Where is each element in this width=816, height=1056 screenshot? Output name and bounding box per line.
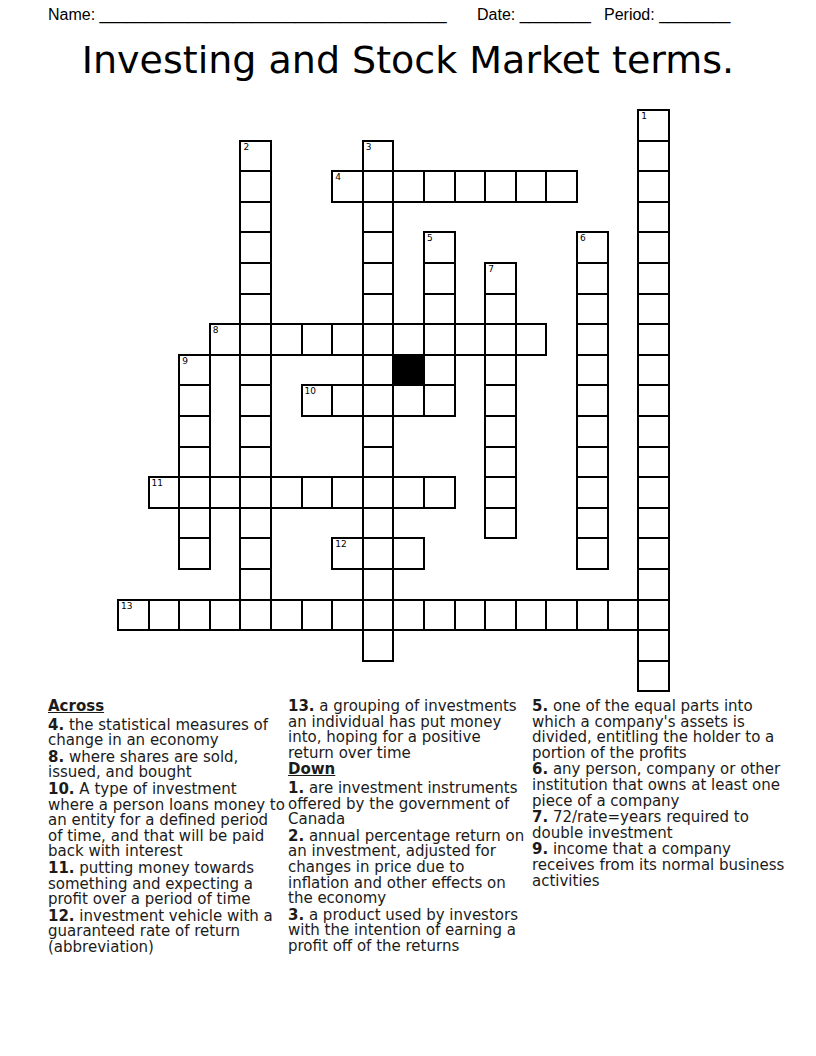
grid-cell-r7-c12[interactable]	[484, 323, 517, 356]
name-label: Name:	[48, 6, 95, 23]
grid-cell-r2-c13[interactable]	[515, 170, 548, 203]
period-blank-line[interactable]: ________	[659, 6, 730, 23]
grid-cell-r8-c4[interactable]	[239, 354, 272, 387]
grid-cell-r4-c15[interactable]: 6	[576, 231, 609, 264]
grid-cell-r11-c2[interactable]	[178, 446, 211, 479]
grid-cell-r6-c8[interactable]	[362, 293, 395, 326]
grid-cell-r7-c15[interactable]	[576, 323, 609, 356]
grid-cell-r8-c2[interactable]: 9	[178, 354, 211, 387]
crossword-grid: 12345678910111213	[118, 110, 669, 692]
grid-cell-r7-c6[interactable]	[301, 323, 334, 356]
grid-cell-r9-c2[interactable]	[178, 384, 211, 417]
grid-cell-r7-c5[interactable]	[270, 323, 303, 356]
clue-down-9: 9. income that a company receives from i…	[532, 842, 785, 889]
clue-num-across-8: 8.	[48, 748, 64, 766]
clue-number-10: 10	[305, 386, 316, 396]
clue-number-8: 8	[213, 325, 219, 335]
clue-num-across-11: 11.	[48, 859, 75, 877]
grid-cell-r11-c12[interactable]	[484, 446, 517, 479]
grid-cell-r4-c8[interactable]	[362, 231, 395, 264]
grid-cell-r12-c6[interactable]	[301, 476, 334, 509]
clue-number-11: 11	[152, 478, 163, 488]
clue-number-2: 2	[243, 142, 249, 152]
grid-cell-r12-c7[interactable]	[331, 476, 364, 509]
grid-cell-r11-c8[interactable]	[362, 446, 395, 479]
name-blank-line[interactable]: _______________________________________	[100, 6, 447, 23]
grid-cell-r12-c3[interactable]	[209, 476, 242, 509]
clue-down-3: 3. a product used by investors with the …	[288, 908, 529, 955]
clue-number-12: 12	[335, 539, 346, 549]
grid-cell-r2-c10[interactable]	[423, 170, 456, 203]
grid-cell-r11-c17[interactable]	[637, 446, 670, 479]
clue-down-2: 2. annual percentage return on an invest…	[288, 829, 529, 907]
grid-cell-r3-c8[interactable]	[362, 201, 395, 234]
grid-cell-r17-c17[interactable]	[637, 629, 670, 662]
grid-cell-r2-c11[interactable]	[454, 170, 487, 203]
clue-num-down-6: 6.	[532, 760, 548, 778]
across-header: Across	[48, 699, 286, 715]
grid-cell-r0-c17[interactable]: 1	[637, 109, 670, 142]
grid-cell-r10-c17[interactable]	[637, 415, 670, 448]
clue-number-9: 9	[182, 356, 188, 366]
grid-cell-r14-c4[interactable]	[239, 537, 272, 570]
grid-cell-r16-c10[interactable]	[423, 599, 456, 632]
clue-number-5: 5	[427, 233, 433, 243]
clue-across-12: 12. investment vehicle with a guaranteed…	[48, 909, 286, 956]
grid-cell-r2-c7[interactable]: 4	[331, 170, 364, 203]
grid-cell-r9-c8[interactable]	[362, 384, 395, 417]
clue-across-8: 8. where shares are sold, issued, and bo…	[48, 750, 286, 781]
grid-cell-r13-c12[interactable]	[484, 507, 517, 540]
grid-cell-r2-c9[interactable]	[392, 170, 425, 203]
grid-cell-r2-c12[interactable]	[484, 170, 517, 203]
grid-cell-r16-c6[interactable]	[301, 599, 334, 632]
grid-cell-r17-c8[interactable]	[362, 629, 395, 662]
grid-cell-r12-c2[interactable]	[178, 476, 211, 509]
grid-cell-r10-c15[interactable]	[576, 415, 609, 448]
grid-cell-r11-c4[interactable]	[239, 446, 272, 479]
grid-cell-r7-c13[interactable]	[515, 323, 548, 356]
grid-cell-r9-c9[interactable]	[392, 384, 425, 417]
grid-cell-r10-c2[interactable]	[178, 415, 211, 448]
clue-across-11: 11. putting money towards something and …	[48, 861, 286, 908]
grid-cell-r13-c4[interactable]	[239, 507, 272, 540]
grid-cell-r16-c16[interactable]	[607, 599, 640, 632]
grid-cell-r12-c17[interactable]	[637, 476, 670, 509]
grid-cell-r3-c4[interactable]	[239, 201, 272, 234]
grid-cell-r7-c11[interactable]	[454, 323, 487, 356]
clues-column-1: Across4. the statistical measures of cha…	[48, 699, 286, 957]
grid-cell-r9-c7[interactable]	[331, 384, 364, 417]
grid-cell-r1-c8[interactable]: 3	[362, 140, 395, 173]
grid-cell-r5-c12[interactable]: 7	[484, 262, 517, 295]
clue-num-down-5: 5.	[532, 697, 548, 715]
grid-cell-r8-c10[interactable]	[423, 354, 456, 387]
page-title: Investing and Stock Market terms.	[0, 38, 816, 82]
grid-cell-r9-c10[interactable]	[423, 384, 456, 417]
grid-cell-r14-c9[interactable]	[392, 537, 425, 570]
date-label: Date:	[477, 6, 515, 23]
grid-cell-r14-c7[interactable]: 12	[331, 537, 364, 570]
grid-cell-r13-c2[interactable]	[178, 507, 211, 540]
clue-number-6: 6	[580, 233, 586, 243]
name-field: Name: __________________________________…	[48, 6, 447, 24]
grid-cell-r9-c15[interactable]	[576, 384, 609, 417]
grid-cell-r16-c3[interactable]	[209, 599, 242, 632]
grid-cell-r11-c15[interactable]	[576, 446, 609, 479]
grid-cell-r6-c10[interactable]	[423, 293, 456, 326]
clue-number-13: 13	[121, 601, 132, 611]
grid-cell-r16-c12[interactable]	[484, 599, 517, 632]
grid-cell-r10-c8[interactable]	[362, 415, 395, 448]
date-blank-line[interactable]: ________	[520, 6, 591, 23]
clue-num-down-7: 7.	[532, 808, 548, 826]
grid-cell-r16-c7[interactable]	[331, 599, 364, 632]
grid-cell-r10-c4[interactable]	[239, 415, 272, 448]
grid-cell-r13-c15[interactable]	[576, 507, 609, 540]
grid-cell-r2-c14[interactable]	[545, 170, 578, 203]
grid-cell-r6-c17[interactable]	[637, 293, 670, 326]
grid-cell-r16-c5[interactable]	[270, 599, 303, 632]
grid-cell-r6-c12[interactable]	[484, 293, 517, 326]
grid-cell-r16-c2[interactable]	[178, 599, 211, 632]
clues-column-2: 13. a grouping of investments an individ…	[288, 699, 529, 956]
grid-cell-r7-c10[interactable]	[423, 323, 456, 356]
grid-cell-r12-c9[interactable]	[392, 476, 425, 509]
clue-number-7: 7	[488, 264, 494, 274]
grid-cell-r10-c12[interactable]	[484, 415, 517, 448]
grid-cell-r16-c8[interactable]	[362, 599, 395, 632]
period-label: Period:	[604, 6, 655, 23]
grid-cell-r8-c17[interactable]	[637, 354, 670, 387]
grid-cell-r16-c0[interactable]: 13	[117, 599, 150, 632]
grid-cell-r14-c2[interactable]	[178, 537, 211, 570]
grid-cell-r16-c14[interactable]	[545, 599, 578, 632]
grid-cell-r15-c17[interactable]	[637, 568, 670, 601]
grid-cell-r7-c9[interactable]	[392, 323, 425, 356]
grid-cell-r1-c4[interactable]: 2	[239, 140, 272, 173]
down-header: Down	[288, 762, 529, 778]
clue-number-1: 1	[641, 111, 647, 121]
grid-cell-r15-c4[interactable]	[239, 568, 272, 601]
grid-cell-r2-c8[interactable]	[362, 170, 395, 203]
grid-cell-r2-c17[interactable]	[637, 170, 670, 203]
grid-cell-r12-c8[interactable]	[362, 476, 395, 509]
grid-cell-r9-c17[interactable]	[637, 384, 670, 417]
grid-cell-r1-c17[interactable]	[637, 140, 670, 173]
grid-cell-r8-c15[interactable]	[576, 354, 609, 387]
clues-column-3: 5. one of the equal parts into which a c…	[532, 699, 785, 890]
clue-across-4: 4. the statistical measures of change in…	[48, 718, 286, 749]
clue-num-across-13: 13.	[288, 697, 315, 715]
clue-across-10: 10. A type of investment where a person …	[48, 782, 286, 860]
grid-cell-r12-c4[interactable]	[239, 476, 272, 509]
grid-cell-r12-c15[interactable]	[576, 476, 609, 509]
clue-num-down-1: 1.	[288, 779, 304, 797]
grid-cell-r5-c17[interactable]	[637, 262, 670, 295]
grid-cell-r14-c15[interactable]	[576, 537, 609, 570]
grid-cell-r16-c4[interactable]	[239, 599, 272, 632]
clue-down-7: 7. 72/rate=years required to double inve…	[532, 810, 785, 841]
grid-cell-r7-c17[interactable]	[637, 323, 670, 356]
grid-cell-r16-c17[interactable]	[637, 599, 670, 632]
grid-cell-r12-c10[interactable]	[423, 476, 456, 509]
grid-cell-r16-c9[interactable]	[392, 599, 425, 632]
clue-number-4: 4	[335, 172, 341, 182]
grid-cell-r12-c5[interactable]	[270, 476, 303, 509]
date-field: Date: ________	[477, 6, 591, 24]
clue-num-across-12: 12.	[48, 907, 75, 925]
grid-cell-r18-c17[interactable]	[637, 660, 670, 693]
grid-cell-r16-c13[interactable]	[515, 599, 548, 632]
clue-num-down-9: 9.	[532, 840, 548, 858]
clue-across-13: 13. a grouping of investments an individ…	[288, 699, 529, 761]
grid-cell-r2-c4[interactable]	[239, 170, 272, 203]
grid-cell-r6-c4[interactable]	[239, 293, 272, 326]
grid-cell-r14-c17[interactable]	[637, 537, 670, 570]
grid-cell-r16-c11[interactable]	[454, 599, 487, 632]
grid-cell-r6-c15[interactable]	[576, 293, 609, 326]
grid-cell-r9-c6[interactable]: 10	[301, 384, 334, 417]
grid-cell-r7-c8[interactable]	[362, 323, 395, 356]
clue-num-across-4: 4.	[48, 716, 64, 734]
grid-cell-r7-c4[interactable]	[239, 323, 272, 356]
clue-down-5: 5. one of the equal parts into which a c…	[532, 699, 785, 761]
grid-cell-r5-c4[interactable]	[239, 262, 272, 295]
grid-cell-r14-c8[interactable]	[362, 537, 395, 570]
grid-cell-r4-c10[interactable]: 5	[423, 231, 456, 264]
clue-down-6: 6. any person, company or other institut…	[532, 762, 785, 809]
grid-cell-r16-c1[interactable]	[148, 599, 181, 632]
grid-cell-r8-c8[interactable]	[362, 354, 395, 387]
grid-cell-r13-c17[interactable]	[637, 507, 670, 540]
grid-cell-r4-c4[interactable]	[239, 231, 272, 264]
clue-num-down-2: 2.	[288, 827, 304, 845]
grid-cell-r7-c7[interactable]	[331, 323, 364, 356]
grid-cell-r12-c1[interactable]: 11	[148, 476, 181, 509]
grid-cell-r7-c3[interactable]: 8	[209, 323, 242, 356]
clue-down-1: 1. are investment instruments offered by…	[288, 781, 529, 828]
grid-cell-r5-c10[interactable]	[423, 262, 456, 295]
grid-cell-r13-c8[interactable]	[362, 507, 395, 540]
period-field: Period: ________	[604, 6, 730, 24]
grid-cell-r9-c12[interactable]	[484, 384, 517, 417]
clue-num-down-3: 3.	[288, 906, 304, 924]
grid-cell-r8-c12[interactable]	[484, 354, 517, 387]
grid-cell-r5-c8[interactable]	[362, 262, 395, 295]
grid-cell-r3-c17[interactable]	[637, 201, 670, 234]
clue-number-3: 3	[366, 142, 372, 152]
clue-num-across-10: 10.	[48, 780, 75, 798]
grid-cell-r15-c8[interactable]	[362, 568, 395, 601]
grid-cell-r16-c15[interactable]	[576, 599, 609, 632]
grid-cell-r4-c17[interactable]	[637, 231, 670, 264]
grid-cell-r12-c12[interactable]	[484, 476, 517, 509]
grid-cell-r5-c15[interactable]	[576, 262, 609, 295]
grid-cell-r9-c4[interactable]	[239, 384, 272, 417]
black-cell-r8-c9	[392, 354, 425, 387]
